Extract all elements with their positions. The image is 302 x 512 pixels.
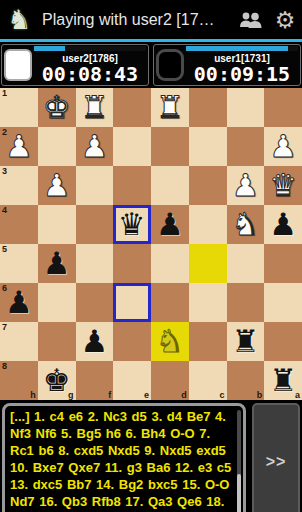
rank-label-7: 7 (2, 322, 7, 332)
square-b7[interactable]: ♜ (227, 322, 265, 361)
white-pawn: ♟ (264, 127, 302, 166)
square-c5[interactable] (189, 244, 227, 283)
file-label-a: a (295, 390, 300, 400)
square-c4[interactable] (189, 205, 227, 244)
square-h5[interactable]: 5 (0, 244, 38, 283)
square-g3[interactable]: ♟ (38, 166, 76, 205)
square-f4[interactable] (76, 205, 114, 244)
white-player-clock: 00:08:43 (32, 62, 148, 86)
move-list-text: [...] 1. c4 e6 2. Nc3 d5 3. d4 Be7 4. Nf… (10, 408, 233, 512)
titlebar-divider (0, 39, 302, 42)
square-b8[interactable]: b (227, 361, 265, 400)
square-b6[interactable] (227, 283, 265, 322)
app-knight-icon: ♞ (2, 3, 36, 37)
players-icon[interactable] (234, 3, 268, 37)
square-h8[interactable]: 8h (0, 361, 38, 400)
square-a8[interactable]: ♜a (264, 361, 302, 400)
rank-label-5: 5 (2, 244, 7, 254)
black-color-chip (156, 49, 184, 81)
square-a1[interactable] (264, 88, 302, 127)
square-b4[interactable]: ♞ (227, 205, 265, 244)
square-b2[interactable] (227, 127, 265, 166)
square-e5[interactable] (113, 244, 151, 283)
square-f1[interactable]: ♜ (76, 88, 114, 127)
square-d1[interactable]: ♜ (151, 88, 189, 127)
square-b1[interactable] (227, 88, 265, 127)
file-label-d: d (181, 390, 187, 400)
square-a3[interactable]: ♛ (264, 166, 302, 205)
white-pawn: ♟ (76, 127, 114, 166)
square-f3[interactable] (76, 166, 114, 205)
square-b3[interactable]: ♟ (227, 166, 265, 205)
rank-label-2: 2 (2, 127, 7, 137)
square-f8[interactable]: f (76, 361, 114, 400)
square-g7[interactable] (38, 322, 76, 361)
white-queen: ♛ (264, 166, 302, 205)
black-queen: ♛ (113, 208, 150, 241)
black-pawn: ♟ (264, 205, 302, 244)
file-label-e: e (144, 390, 149, 400)
fast-forward-button[interactable]: >> (252, 403, 300, 512)
square-h2[interactable]: ♟2 (0, 127, 38, 166)
rank-label-8: 8 (2, 361, 7, 371)
square-h3[interactable]: 3 (0, 166, 38, 205)
move-list-scrollbar[interactable] (237, 410, 241, 512)
black-rook: ♜ (227, 322, 265, 361)
white-pawn: ♟ (227, 166, 265, 205)
square-b5[interactable] (227, 244, 265, 283)
file-label-b: b (257, 390, 263, 400)
square-a7[interactable] (264, 322, 302, 361)
square-e7[interactable] (113, 322, 151, 361)
square-d6[interactable] (151, 283, 189, 322)
black-time-bar (186, 46, 298, 51)
square-c6[interactable] (189, 283, 227, 322)
square-a2[interactable]: ♟ (264, 127, 302, 166)
white-king: ♚ (38, 88, 76, 127)
square-f2[interactable]: ♟ (76, 127, 114, 166)
square-c2[interactable] (189, 127, 227, 166)
ghost-knight: ♞ (151, 322, 189, 361)
square-g5[interactable]: ♟ (38, 244, 76, 283)
square-h7[interactable]: 7 (0, 322, 38, 361)
square-g1[interactable]: ♚ (38, 88, 76, 127)
black-pawn: ♟ (38, 244, 76, 283)
square-e1[interactable] (113, 88, 151, 127)
square-d2[interactable] (151, 127, 189, 166)
square-f5[interactable] (76, 244, 114, 283)
fast-forward-label: >> (266, 453, 287, 471)
move-list-box[interactable]: [...] 1. c4 e6 2. Nc3 d5 3. d4 Be7 4. Nf… (2, 403, 246, 512)
white-pawn: ♟ (38, 166, 76, 205)
file-label-f: f (108, 390, 111, 400)
square-h1[interactable]: 1 (0, 88, 38, 127)
square-h6[interactable]: ♟6 (0, 283, 38, 322)
rank-label-3: 3 (2, 166, 7, 176)
white-rook: ♜ (151, 88, 189, 127)
square-h4[interactable]: 4 (0, 205, 38, 244)
black-pawn: ♟ (151, 205, 189, 244)
rank-label-4: 4 (2, 205, 7, 215)
square-d8[interactable]: d (151, 361, 189, 400)
square-g4[interactable] (38, 205, 76, 244)
bottom-panel: [...] 1. c4 e6 2. Nc3 d5 3. d4 Be7 4. Nf… (0, 402, 302, 512)
black-player-clock: 00:09:15 (184, 62, 300, 86)
square-a4[interactable]: ♟ (264, 205, 302, 244)
square-f7[interactable]: ♟ (76, 322, 114, 361)
black-time-bar-fill (186, 46, 288, 51)
square-d5[interactable] (151, 244, 189, 283)
title-bar: ♞ Playing with user2 [17… ⚙ (0, 0, 302, 39)
rank-label-6: 6 (2, 283, 7, 293)
square-c7[interactable] (189, 322, 227, 361)
gear-icon: ⚙ (275, 3, 296, 37)
square-a5[interactable] (264, 244, 302, 283)
square-g2[interactable] (38, 127, 76, 166)
square-c8[interactable]: c (189, 361, 227, 400)
square-e8[interactable]: e (113, 361, 151, 400)
square-c3[interactable] (189, 166, 227, 205)
people-icon-svg (238, 11, 264, 29)
settings-button[interactable]: ⚙ (268, 3, 302, 37)
white-knight: ♞ (227, 205, 265, 244)
square-e3[interactable] (113, 166, 151, 205)
file-label-c: c (219, 390, 224, 400)
chess-board[interactable]: 1♚♜♜♟2♟♟3♟♟♛4♛♟♞♟5♟♟67♟♞♜8h♚gfedcb♜a (0, 88, 302, 400)
square-d7[interactable]: ♞ (151, 322, 189, 361)
square-e2[interactable] (113, 127, 151, 166)
square-e6[interactable] (113, 283, 151, 322)
square-d3[interactable] (151, 166, 189, 205)
square-d4[interactable]: ♟ (151, 205, 189, 244)
file-label-h: h (30, 390, 36, 400)
file-label-g: g (68, 390, 74, 400)
rank-label-1: 1 (2, 88, 7, 98)
square-c1[interactable] (189, 88, 227, 127)
white-rook: ♜ (76, 88, 114, 127)
white-time-bar-fill (34, 46, 65, 51)
square-f6[interactable] (76, 283, 114, 322)
square-e4[interactable]: ♛ (113, 205, 151, 244)
white-player-panel: user2[1786] 00:08:43 (1, 44, 149, 86)
square-g8[interactable]: ♚g (38, 361, 76, 400)
window-title: Playing with user2 [17… (42, 11, 234, 29)
square-a6[interactable] (264, 283, 302, 322)
scrollbar-thumb[interactable] (237, 474, 241, 512)
black-player-panel: user1[1731] 00:09:15 (153, 44, 301, 86)
white-color-chip (4, 49, 32, 81)
white-time-bar (34, 46, 146, 51)
square-g6[interactable] (38, 283, 76, 322)
black-pawn: ♟ (76, 322, 114, 361)
